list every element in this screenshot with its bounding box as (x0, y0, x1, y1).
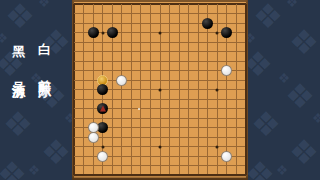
triangle-marker-icon (100, 105, 106, 111)
grid-line-vertical (198, 4, 199, 175)
black-player-name: 吴清源 (12, 71, 25, 77)
grid-line-horizontal (74, 118, 246, 119)
star-point (101, 31, 104, 34)
quatrefoil-pattern-icon: ❖ (0, 31, 8, 45)
grid-line-vertical (188, 4, 189, 175)
grid-line-vertical (245, 4, 247, 175)
video-frame[interactable]: 白 前田陈尔 黑 吴清源 ❖❖❖❖❖❖❖❖❖❖❖❖ 吴 前田三番棋第二局 ❖❖❖… (0, 0, 320, 180)
quatrefoil-pattern-icon: ❖ (64, 111, 72, 125)
black-player-column: 黑 吴清源 (12, 35, 25, 77)
left-info-panel: 白 前田陈尔 黑 吴清源 ❖❖❖❖❖❖❖❖❖❖❖❖ (0, 0, 72, 180)
grid-line-horizontal (74, 165, 246, 166)
quatrefoil-pattern-icon: ❖ (41, 135, 71, 169)
star-point (216, 31, 219, 34)
stone-D3 (97, 151, 108, 162)
quatrefoil-pattern-icon: ❖ (248, 47, 273, 81)
stone-D6 (97, 122, 108, 133)
quatrefoil-pattern-icon: ❖ (286, 0, 299, 9)
quatrefoil-pattern-icon: ❖ (285, 79, 315, 113)
grid-line-vertical (207, 4, 208, 175)
stone-D10 (97, 84, 108, 95)
black-label: 黑 (12, 35, 25, 37)
quatrefoil-pattern-icon: ❖ (248, 31, 256, 45)
star-point (101, 145, 104, 148)
cursor-dot (138, 108, 140, 110)
quatrefoil-pattern-icon: ❖ (37, 79, 67, 113)
white-player-column: 白 前田陈尔 (38, 33, 51, 77)
stone-F11 (116, 75, 127, 86)
go-board[interactable] (72, 0, 248, 180)
star-point (159, 88, 162, 91)
quatrefoil-pattern-icon: ❖ (0, 157, 27, 180)
white-label: 白 (38, 33, 51, 35)
grid-line-horizontal (74, 99, 246, 100)
grid-line-horizontal (74, 174, 246, 176)
stone-E16 (107, 27, 118, 38)
quatrefoil-pattern-icon: ❖ (289, 135, 319, 169)
quatrefoil-pattern-icon: ❖ (251, 107, 281, 141)
stone-R3 (221, 151, 232, 162)
stone-D8-red-triangle (97, 103, 108, 114)
star-point (216, 145, 219, 148)
grid-line-vertical (179, 4, 180, 175)
stone-C5 (88, 132, 99, 143)
quatrefoil-pattern-icon: ❖ (5, 0, 35, 33)
quatrefoil-pattern-icon: ❖ (312, 111, 320, 125)
grid-line-vertical (169, 4, 170, 175)
right-title-panel: 吴 前田三番棋第二局 ❖❖❖❖❖❖❖❖❖❖❖❖ (248, 0, 320, 180)
grid-line-horizontal (74, 137, 246, 138)
quatrefoil-pattern-icon: ❖ (276, 163, 289, 177)
quatrefoil-pattern-icon: ❖ (253, 0, 283, 33)
quatrefoil-pattern-icon: ❖ (289, 25, 319, 59)
star-point (159, 145, 162, 148)
star-point (216, 88, 219, 91)
stone-O17 (202, 18, 213, 29)
white-player-name: 前田陈尔 (38, 69, 51, 77)
quatrefoil-pattern-icon: ❖ (248, 157, 275, 180)
quatrefoil-pattern-icon: ❖ (38, 0, 51, 9)
stone-R12 (221, 65, 232, 76)
star-point (159, 31, 162, 34)
stone-C16 (88, 27, 99, 38)
quatrefoil-pattern-icon: ❖ (28, 163, 41, 177)
grid-line-vertical (236, 4, 237, 175)
stone-R16 (221, 27, 232, 38)
quatrefoil-pattern-icon: ❖ (3, 107, 33, 141)
quatrefoil-pattern-icon: ❖ (278, 71, 291, 85)
